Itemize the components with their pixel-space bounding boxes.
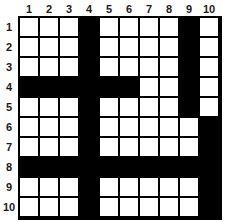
cell-r5c8[interactable]	[160, 98, 178, 116]
cell-r1c1[interactable]	[20, 18, 38, 36]
col-label-9: 9	[180, 2, 198, 16]
cell-r3c2[interactable]	[40, 58, 58, 76]
cell-r10c9[interactable]	[180, 198, 198, 216]
cell-r4c3-blocked	[60, 78, 78, 96]
cell-r4c4-blocked	[80, 78, 98, 96]
cell-r10c4-blocked	[80, 198, 98, 216]
cell-r9c3[interactable]	[60, 178, 78, 196]
col-label-4: 4	[80, 2, 98, 16]
corner-spacer	[0, 0, 18, 16]
col-label-6: 6	[120, 2, 138, 16]
cell-r4c7[interactable]	[140, 78, 158, 96]
cell-r5c2[interactable]	[40, 98, 58, 116]
cell-r4c6-blocked	[120, 78, 138, 96]
cell-r7c10-blocked	[200, 138, 218, 156]
cell-r9c6[interactable]	[120, 178, 138, 196]
cell-r2c10[interactable]	[200, 38, 218, 56]
cell-r3c4-blocked	[80, 58, 98, 76]
row-label-2: 2	[0, 38, 18, 56]
cell-r8c7-blocked	[140, 158, 158, 176]
cell-r3c6[interactable]	[120, 58, 138, 76]
cell-r2c1[interactable]	[20, 38, 38, 56]
cell-r7c4-blocked	[80, 138, 98, 156]
column-labels: 12345678910	[18, 0, 222, 16]
cell-r3c3[interactable]	[60, 58, 78, 76]
cell-r6c10-blocked	[200, 118, 218, 136]
cell-r8c2-blocked	[40, 158, 58, 176]
cell-r9c2[interactable]	[40, 178, 58, 196]
cell-r1c6[interactable]	[120, 18, 138, 36]
cell-r3c8[interactable]	[160, 58, 178, 76]
cell-r5c10[interactable]	[200, 98, 218, 116]
row-label-1: 1	[0, 18, 18, 36]
cell-r8c6-blocked	[120, 158, 138, 176]
cell-r6c3[interactable]	[60, 118, 78, 136]
cell-r4c2-blocked	[40, 78, 58, 96]
row-label-8: 8	[0, 158, 18, 176]
cell-r1c3[interactable]	[60, 18, 78, 36]
cell-r9c4-blocked	[80, 178, 98, 196]
row-label-6: 6	[0, 118, 18, 136]
col-label-5: 5	[100, 2, 118, 16]
cell-r10c5[interactable]	[100, 198, 118, 216]
cell-r5c3[interactable]	[60, 98, 78, 116]
cell-r3c5[interactable]	[100, 58, 118, 76]
puzzle-board	[18, 16, 222, 220]
cell-r4c9-blocked	[180, 78, 198, 96]
cell-r8c5-blocked	[100, 158, 118, 176]
cell-r4c8[interactable]	[160, 78, 178, 96]
cell-r1c9-blocked	[180, 18, 198, 36]
cell-r7c6[interactable]	[120, 138, 138, 156]
cell-r9c1[interactable]	[20, 178, 38, 196]
col-label-2: 2	[40, 2, 58, 16]
cell-r5c4-blocked	[80, 98, 98, 116]
cell-r6c6[interactable]	[120, 118, 138, 136]
col-label-10: 10	[200, 2, 218, 16]
col-label-1: 1	[20, 2, 38, 16]
cell-r1c5[interactable]	[100, 18, 118, 36]
cell-r4c5-blocked	[100, 78, 118, 96]
cell-r7c9[interactable]	[180, 138, 198, 156]
cell-r6c4-blocked	[80, 118, 98, 136]
puzzle-layout: 12345678910 12345678910	[0, 0, 222, 220]
cell-r3c10[interactable]	[200, 58, 218, 76]
row-label-9: 9	[0, 178, 18, 196]
cell-r8c8-blocked	[160, 158, 178, 176]
cell-r8c10-blocked	[200, 158, 218, 176]
cell-r7c2[interactable]	[40, 138, 58, 156]
cell-r10c2[interactable]	[40, 198, 58, 216]
cell-r3c1[interactable]	[20, 58, 38, 76]
cell-r2c8[interactable]	[160, 38, 178, 56]
col-label-7: 7	[140, 2, 158, 16]
cell-r10c3[interactable]	[60, 198, 78, 216]
cell-r2c6[interactable]	[120, 38, 138, 56]
row-labels: 12345678910	[0, 16, 18, 220]
cell-r5c9-blocked	[180, 98, 198, 116]
cell-r8c9-blocked	[180, 158, 198, 176]
col-label-3: 3	[60, 2, 78, 16]
cell-r7c5[interactable]	[100, 138, 118, 156]
cell-r10c10-blocked	[200, 198, 218, 216]
cell-r2c5[interactable]	[100, 38, 118, 56]
cell-r2c9-blocked	[180, 38, 198, 56]
cell-r5c5[interactable]	[100, 98, 118, 116]
cell-r8c4-blocked	[80, 158, 98, 176]
cell-r7c1[interactable]	[20, 138, 38, 156]
cell-r10c1[interactable]	[20, 198, 38, 216]
cell-r1c4-blocked	[80, 18, 98, 36]
cell-r7c3[interactable]	[60, 138, 78, 156]
cell-r5c1[interactable]	[20, 98, 38, 116]
cell-r10c7[interactable]	[140, 198, 158, 216]
cell-r2c2[interactable]	[40, 38, 58, 56]
cell-r9c5[interactable]	[100, 178, 118, 196]
cell-r2c4-blocked	[80, 38, 98, 56]
cell-r6c7[interactable]	[140, 118, 158, 136]
row-label-7: 7	[0, 138, 18, 156]
cell-r4c1-blocked	[20, 78, 38, 96]
cell-r8c3-blocked	[60, 158, 78, 176]
col-label-8: 8	[160, 2, 178, 16]
cell-r1c10[interactable]	[200, 18, 218, 36]
cell-r9c10-blocked	[200, 178, 218, 196]
cell-r10c8[interactable]	[160, 198, 178, 216]
cell-r9c8[interactable]	[160, 178, 178, 196]
cell-r9c7[interactable]	[140, 178, 158, 196]
cell-r6c9[interactable]	[180, 118, 198, 136]
row-label-4: 4	[0, 78, 18, 96]
cell-r10c6[interactable]	[120, 198, 138, 216]
row-label-5: 5	[0, 98, 18, 116]
cell-r2c7[interactable]	[140, 38, 158, 56]
row-label-10: 10	[0, 198, 18, 216]
cell-r1c7[interactable]	[140, 18, 158, 36]
cell-r6c1[interactable]	[20, 118, 38, 136]
cell-r6c5[interactable]	[100, 118, 118, 136]
cell-r6c8[interactable]	[160, 118, 178, 136]
cell-r4c10[interactable]	[200, 78, 218, 96]
cell-r5c6[interactable]	[120, 98, 138, 116]
cell-r3c9-blocked	[180, 58, 198, 76]
cell-r7c8[interactable]	[160, 138, 178, 156]
cell-r1c8[interactable]	[160, 18, 178, 36]
cell-r2c3[interactable]	[60, 38, 78, 56]
row-label-3: 3	[0, 58, 18, 76]
cell-r8c1-blocked	[20, 158, 38, 176]
cell-r5c7[interactable]	[140, 98, 158, 116]
cell-r6c2[interactable]	[40, 118, 58, 136]
cell-r7c7[interactable]	[140, 138, 158, 156]
cell-r3c7[interactable]	[140, 58, 158, 76]
cell-r9c9[interactable]	[180, 178, 198, 196]
cell-r1c2[interactable]	[40, 18, 58, 36]
